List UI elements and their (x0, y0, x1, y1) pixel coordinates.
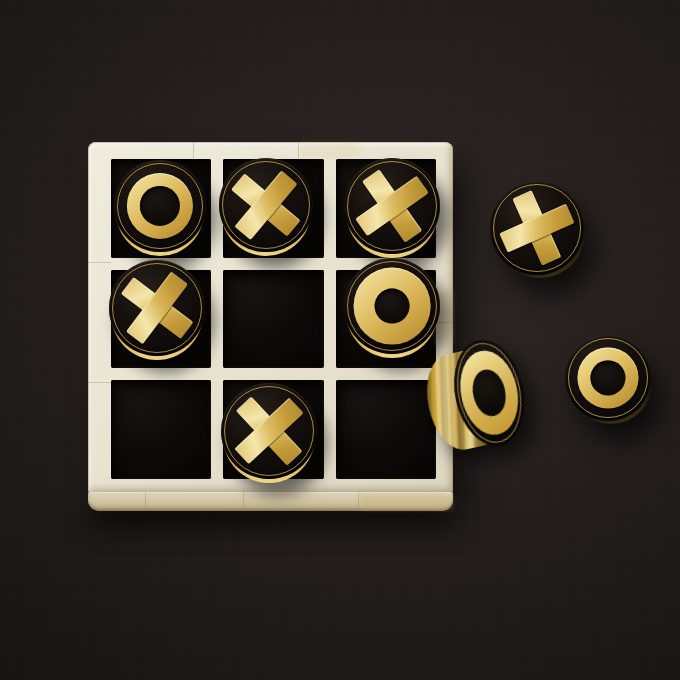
piece-face (565, 335, 651, 421)
piece-o[interactable] (344, 258, 440, 354)
piece-o[interactable] (114, 160, 206, 252)
piece-x-free[interactable] (490, 181, 584, 275)
x-symbol (336, 150, 447, 261)
piece-face (221, 383, 317, 479)
o-symbol (127, 173, 193, 239)
piece-face (490, 181, 584, 275)
x-symbol (219, 381, 318, 480)
x-symbol (215, 154, 317, 256)
piece-face (109, 260, 205, 356)
board-cell-c1[interactable] (336, 380, 436, 479)
piece-face (344, 158, 440, 254)
piece-x[interactable] (109, 260, 205, 356)
board-bottom-edge (88, 492, 453, 511)
piece-o-free[interactable] (565, 335, 651, 421)
piece-x[interactable] (221, 383, 317, 479)
piece-x[interactable] (344, 158, 440, 254)
piece-x[interactable] (219, 158, 313, 252)
o-symbol (354, 268, 431, 345)
tic-tac-toe-photo-scene (0, 0, 680, 680)
piece-face (344, 258, 440, 354)
piece-face (114, 160, 206, 252)
board-cell-a1[interactable] (111, 380, 211, 479)
piece-face (219, 158, 313, 252)
x-symbol (103, 254, 211, 362)
board-cell-b2[interactable] (223, 270, 323, 369)
x-symbol (476, 167, 597, 288)
o-symbol (577, 347, 638, 408)
